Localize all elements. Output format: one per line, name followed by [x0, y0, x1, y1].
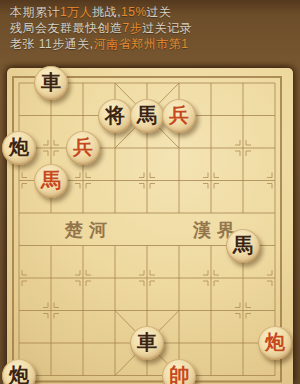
piece-glyph: 将 — [105, 105, 125, 125]
stats-line-player: 老张 11步通关,河南省郑州市第1 — [10, 36, 300, 52]
piece-glyph: 帥 — [169, 365, 189, 384]
piece-glyph: 炮 — [9, 365, 29, 384]
piece-black-馬[interactable]: 馬 — [130, 99, 164, 133]
puzzle-stats-panel: 本期累计1万人挑战,15%过关 残局会友群最快创造7步过关记录 老张 11步通关… — [0, 0, 300, 68]
stats-text: 过关 — [147, 5, 172, 19]
piece-glyph: 兵 — [73, 137, 93, 157]
piece-glyph: 炮 — [265, 332, 285, 352]
piece-black-将[interactable]: 将 — [98, 99, 132, 133]
piece-black-車[interactable]: 車 — [130, 326, 164, 360]
stats-line-challengers: 本期累计1万人挑战,15%过关 — [10, 4, 300, 20]
player-result-text: 老张 11步通关, — [10, 37, 94, 51]
piece-black-馬[interactable]: 馬 — [226, 229, 260, 263]
piece-black-炮[interactable]: 炮 — [2, 131, 36, 165]
piece-glyph: 兵 — [169, 105, 189, 125]
stats-text: 过关记录 — [142, 21, 192, 35]
piece-red-炮[interactable]: 炮 — [258, 326, 292, 360]
player-region-highlight: 河南省郑州市第1 — [94, 37, 189, 51]
stats-percent-highlight: 15% — [121, 5, 147, 19]
piece-black-車[interactable]: 車 — [34, 66, 68, 100]
piece-glyph: 馬 — [233, 235, 253, 255]
xiangqi-app: 本期累计1万人挑战,15%过关 残局会友群最快创造7步过关记录 老张 11步通关… — [0, 0, 300, 384]
piece-red-兵[interactable]: 兵 — [66, 131, 100, 165]
piece-glyph: 炮 — [9, 137, 29, 157]
stats-line-record: 残局会友群最快创造7步过关记录 — [10, 20, 300, 36]
piece-glyph: 車 — [137, 332, 157, 352]
piece-glyph: 馬 — [41, 170, 61, 190]
stats-text: 本期累计 — [10, 5, 60, 19]
xiangqi-board: 楚河 漢界 車将馬兵炮兵馬馬車炮炮帥 — [7, 68, 293, 384]
stats-text: 挑战, — [92, 5, 121, 19]
piece-glyph: 馬 — [137, 105, 157, 125]
piece-red-兵[interactable]: 兵 — [162, 99, 196, 133]
pieces-layer: 車将馬兵炮兵馬馬車炮炮帥 — [3, 67, 291, 384]
stats-count-highlight: 1万人 — [60, 5, 92, 19]
piece-red-馬[interactable]: 馬 — [34, 164, 68, 198]
record-steps-highlight: 7步 — [123, 21, 143, 35]
piece-red-帥[interactable]: 帥 — [162, 359, 196, 384]
piece-black-炮[interactable]: 炮 — [2, 359, 36, 384]
stats-text: 残局会友群最快创造 — [10, 21, 123, 35]
piece-glyph: 車 — [41, 72, 61, 92]
